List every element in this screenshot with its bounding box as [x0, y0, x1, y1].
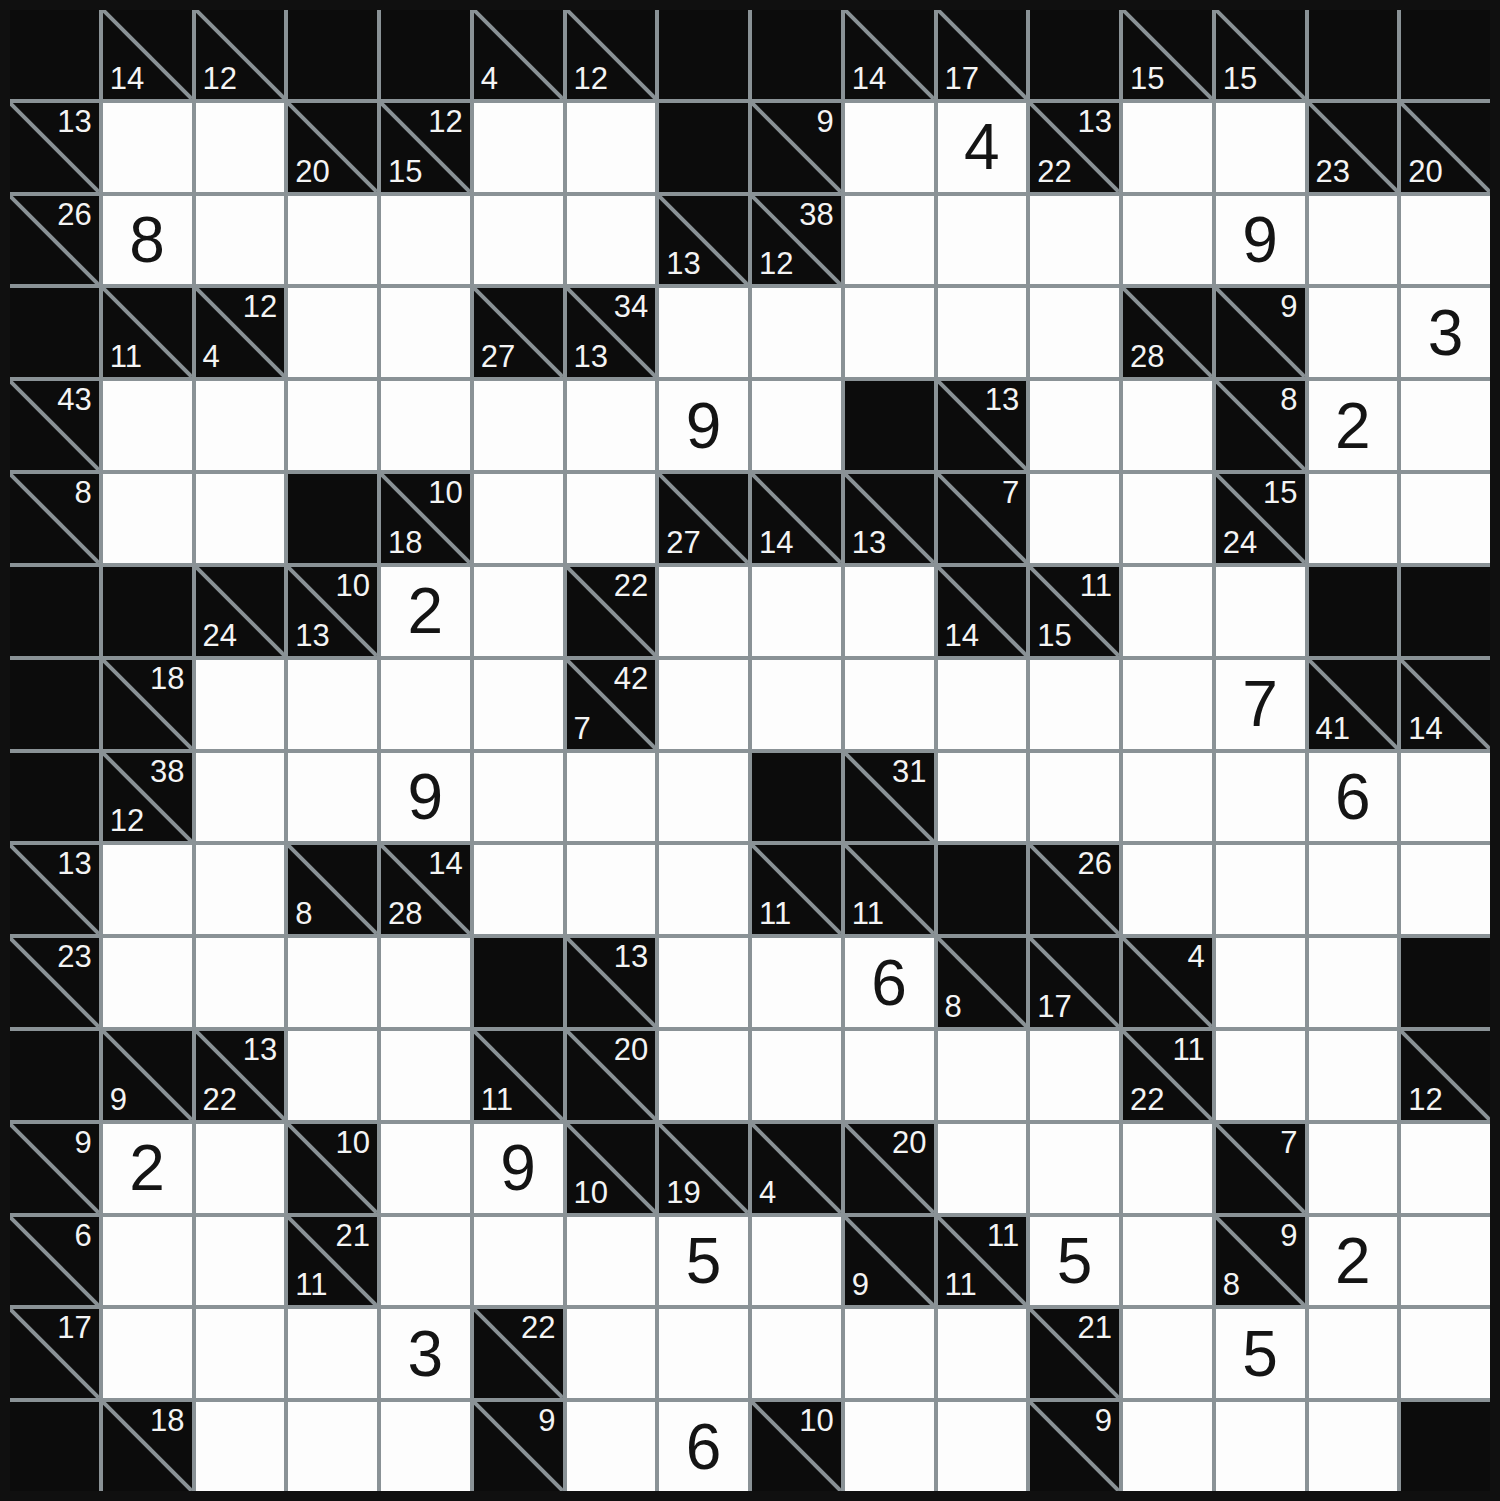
clue-cell-r5c10: 7 [938, 474, 1027, 563]
cell-r7c12[interactable] [1123, 660, 1212, 749]
cell-r4c11[interactable] [1030, 381, 1119, 470]
cell-value: 5 [1057, 1229, 1093, 1293]
cell-r4c15[interactable] [1401, 381, 1490, 470]
cell-r6c8[interactable] [752, 567, 841, 656]
across-clue: 31 [892, 756, 926, 787]
black-cell-r6c14 [1309, 567, 1398, 656]
cell-r13c11[interactable]: 5 [1030, 1217, 1119, 1306]
clue-cell-r6c11: 1511 [1030, 567, 1119, 656]
cell-r14c15[interactable] [1401, 1309, 1490, 1398]
cell-r9c15[interactable] [1401, 845, 1490, 934]
black-cell-r6c0 [10, 567, 99, 656]
cell-r5c11[interactable] [1030, 474, 1119, 563]
cell-r9c6[interactable] [567, 845, 656, 934]
cell-r6c4[interactable]: 2 [381, 567, 470, 656]
cell-r3c15[interactable]: 3 [1401, 288, 1490, 377]
across-clue: 9 [538, 1405, 555, 1436]
cell-value: 9 [408, 765, 444, 829]
cell-r7c7[interactable] [659, 660, 748, 749]
clue-cell-r12c6: 10 [567, 1124, 656, 1213]
black-cell-r0c7 [659, 10, 748, 99]
down-clue: 13 [295, 620, 329, 651]
clue-cell-r7c15: 14 [1401, 660, 1490, 749]
across-clue: 7 [1280, 1127, 1297, 1158]
cell-r15c4[interactable] [381, 1402, 470, 1491]
clue-cell-r10c10: 8 [938, 938, 1027, 1027]
clue-cell-r6c2: 24 [196, 567, 285, 656]
cell-r14c7[interactable] [659, 1309, 748, 1398]
clue-cell-r12c0: 9 [10, 1124, 99, 1213]
clue-cell-r10c12: 4 [1123, 938, 1212, 1027]
black-cell-r9c10 [938, 845, 1027, 934]
across-clue: 9 [1280, 1220, 1297, 1251]
across-clue: 11 [1173, 1034, 1205, 1065]
down-clue: 14 [110, 63, 144, 94]
cell-value: 5 [1242, 1322, 1278, 1386]
cell-r5c15[interactable] [1401, 474, 1490, 563]
cell-r4c5[interactable] [474, 381, 563, 470]
cell-r13c2[interactable] [196, 1217, 285, 1306]
down-clue: 22 [203, 1084, 237, 1115]
cell-r15c12[interactable] [1123, 1402, 1212, 1491]
cell-r4c2[interactable] [196, 381, 285, 470]
clue-cell-r3c5: 27 [474, 288, 563, 377]
cell-r2c15[interactable] [1401, 196, 1490, 285]
clue-cell-r1c11: 2213 [1030, 103, 1119, 192]
cell-r6c13[interactable] [1216, 567, 1305, 656]
clue-cell-r5c7: 27 [659, 474, 748, 563]
across-clue: 23 [57, 941, 91, 972]
cell-r11c14[interactable] [1309, 1031, 1398, 1120]
cell-r4c7[interactable]: 9 [659, 381, 748, 470]
cell-r9c5[interactable] [474, 845, 563, 934]
clue-cell-r14c0: 17 [10, 1309, 99, 1398]
black-cell-r15c0 [10, 1402, 99, 1491]
down-clue: 17 [1037, 991, 1071, 1022]
clue-cell-r1c3: 20 [288, 103, 377, 192]
cell-r15c10[interactable] [938, 1402, 1027, 1491]
black-cell-r10c15 [1401, 938, 1490, 1027]
clue-cell-r13c3: 1121 [288, 1217, 377, 1306]
cell-r3c7[interactable] [659, 288, 748, 377]
clue-cell-r15c8: 10 [752, 1402, 841, 1491]
cell-r4c1[interactable] [103, 381, 192, 470]
clue-cell-r12c3: 10 [288, 1124, 377, 1213]
clue-cell-r5c9: 13 [845, 474, 934, 563]
cell-r15c9[interactable] [845, 1402, 934, 1491]
cell-r7c5[interactable] [474, 660, 563, 749]
clue-cell-r3c13: 9 [1216, 288, 1305, 377]
cell-r10c7[interactable] [659, 938, 748, 1027]
cell-r15c2[interactable] [196, 1402, 285, 1491]
cell-r14c4[interactable]: 3 [381, 1309, 470, 1398]
cell-r12c4[interactable] [381, 1124, 470, 1213]
cell-value: 9 [500, 1136, 536, 1200]
clue-cell-r7c6: 742 [567, 660, 656, 749]
down-clue: 8 [295, 898, 312, 929]
down-clue: 12 [759, 248, 793, 279]
down-clue: 12 [1408, 1084, 1442, 1115]
clue-cell-r7c14: 41 [1309, 660, 1398, 749]
cell-r13c1[interactable] [103, 1217, 192, 1306]
down-clue: 8 [945, 991, 962, 1022]
cell-r8c11[interactable] [1030, 753, 1119, 842]
cell-r12c14[interactable] [1309, 1124, 1398, 1213]
cell-r5c12[interactable] [1123, 474, 1212, 563]
clue-cell-r3c2: 412 [196, 288, 285, 377]
cell-r14c8[interactable] [752, 1309, 841, 1398]
cell-r13c14[interactable]: 2 [1309, 1217, 1398, 1306]
across-clue: 20 [614, 1034, 648, 1065]
down-clue: 11 [110, 341, 142, 372]
cell-value: 9 [1242, 208, 1278, 272]
cell-r3c3[interactable] [288, 288, 377, 377]
cell-r8c7[interactable] [659, 753, 748, 842]
clue-cell-r12c7: 19 [659, 1124, 748, 1213]
cell-r14c13[interactable]: 5 [1216, 1309, 1305, 1398]
clue-cell-r1c15: 20 [1401, 103, 1490, 192]
cell-r12c1[interactable]: 2 [103, 1124, 192, 1213]
cell-r13c12[interactable] [1123, 1217, 1212, 1306]
across-clue: 10 [428, 477, 462, 508]
cell-r7c8[interactable] [752, 660, 841, 749]
cell-r12c5[interactable]: 9 [474, 1124, 563, 1213]
across-clue: 26 [1078, 848, 1112, 879]
cell-r1c5[interactable] [474, 103, 563, 192]
cell-r14c9[interactable] [845, 1309, 934, 1398]
down-clue: 13 [666, 248, 700, 279]
cell-r2c6[interactable] [567, 196, 656, 285]
cell-r15c3[interactable] [288, 1402, 377, 1491]
down-clue: 11 [759, 898, 791, 929]
cell-r2c2[interactable] [196, 196, 285, 285]
cell-r10c4[interactable] [381, 938, 470, 1027]
cell-r11c13[interactable] [1216, 1031, 1305, 1120]
clue-cell-r0c6: 12 [567, 10, 656, 99]
cell-r7c3[interactable] [288, 660, 377, 749]
cell-r10c9[interactable]: 6 [845, 938, 934, 1027]
black-cell-r3c0 [10, 288, 99, 377]
cell-r2c10[interactable] [938, 196, 1027, 285]
down-clue: 28 [1130, 341, 1164, 372]
clue-cell-r0c10: 17 [938, 10, 1027, 99]
cell-r13c7[interactable]: 5 [659, 1217, 748, 1306]
cell-r3c10[interactable] [938, 288, 1027, 377]
cell-r10c2[interactable] [196, 938, 285, 1027]
cell-r8c2[interactable] [196, 753, 285, 842]
cell-r6c7[interactable] [659, 567, 748, 656]
cell-value: 9 [686, 394, 722, 458]
cell-r7c11[interactable] [1030, 660, 1119, 749]
clue-cell-r11c6: 20 [567, 1031, 656, 1120]
cell-r2c12[interactable] [1123, 196, 1212, 285]
cell-r7c9[interactable] [845, 660, 934, 749]
clue-cell-r0c2: 12 [196, 10, 285, 99]
cell-value: 2 [408, 579, 444, 643]
down-clue: 12 [110, 805, 144, 836]
cell-r3c8[interactable] [752, 288, 841, 377]
cell-r4c6[interactable] [567, 381, 656, 470]
black-cell-r0c15 [1401, 10, 1490, 99]
cell-r6c5[interactable] [474, 567, 563, 656]
across-clue: 11 [987, 1220, 1019, 1251]
cell-r1c10[interactable]: 4 [938, 103, 1027, 192]
across-clue: 13 [57, 848, 91, 879]
down-clue: 12 [574, 63, 608, 94]
cell-r8c4[interactable]: 9 [381, 753, 470, 842]
clue-cell-r14c5: 22 [474, 1309, 563, 1398]
cell-r5c14[interactable] [1309, 474, 1398, 563]
cell-r14c12[interactable] [1123, 1309, 1212, 1398]
clue-cell-r9c8: 11 [752, 845, 841, 934]
cell-r9c12[interactable] [1123, 845, 1212, 934]
down-clue: 11 [945, 1269, 977, 1300]
cell-r12c15[interactable] [1401, 1124, 1490, 1213]
cell-value: 2 [1335, 394, 1371, 458]
black-cell-r11c0 [10, 1031, 99, 1120]
clue-cell-r4c13: 8 [1216, 381, 1305, 470]
cell-r15c14[interactable] [1309, 1402, 1398, 1491]
cell-r1c13[interactable] [1216, 103, 1305, 192]
black-cell-r0c4 [381, 10, 470, 99]
cell-r14c6[interactable] [567, 1309, 656, 1398]
cell-value: 2 [1335, 1229, 1371, 1293]
black-cell-r0c8 [752, 10, 841, 99]
cell-value: 8 [129, 208, 165, 272]
cell-r9c7[interactable] [659, 845, 748, 934]
clue-cell-r10c0: 23 [10, 938, 99, 1027]
cell-r14c3[interactable] [288, 1309, 377, 1398]
across-clue: 10 [336, 1127, 370, 1158]
cell-r9c1[interactable] [103, 845, 192, 934]
clue-cell-r9c3: 8 [288, 845, 377, 934]
clue-cell-r11c15: 12 [1401, 1031, 1490, 1120]
cell-r5c6[interactable] [567, 474, 656, 563]
cell-r13c15[interactable] [1401, 1217, 1490, 1306]
down-clue: 14 [945, 620, 979, 651]
black-cell-r0c11 [1030, 10, 1119, 99]
across-clue: 21 [1078, 1312, 1112, 1343]
cell-r4c8[interactable] [752, 381, 841, 470]
cell-r12c2[interactable] [196, 1124, 285, 1213]
cell-r11c4[interactable] [381, 1031, 470, 1120]
across-clue: 13 [985, 384, 1019, 415]
down-clue: 15 [1223, 63, 1257, 94]
down-clue: 12 [203, 63, 237, 94]
cell-r11c9[interactable] [845, 1031, 934, 1120]
across-clue: 22 [614, 570, 648, 601]
cell-r11c3[interactable] [288, 1031, 377, 1120]
clue-cell-r9c9: 11 [845, 845, 934, 934]
cell-r6c12[interactable] [1123, 567, 1212, 656]
cell-r3c4[interactable] [381, 288, 470, 377]
cell-r7c2[interactable] [196, 660, 285, 749]
cell-r4c3[interactable] [288, 381, 377, 470]
black-cell-r15c15 [1401, 1402, 1490, 1491]
down-clue: 27 [666, 527, 700, 558]
black-cell-r0c3 [288, 10, 377, 99]
clue-cell-r1c8: 9 [752, 103, 841, 192]
black-cell-r6c15 [1401, 567, 1490, 656]
kakuro-board: 1412412141715151320151294221323202681312… [0, 0, 1500, 1501]
cell-r13c5[interactable] [474, 1217, 563, 1306]
down-clue: 11 [852, 898, 884, 929]
cell-r2c9[interactable] [845, 196, 934, 285]
cell-r4c14[interactable]: 2 [1309, 381, 1398, 470]
cell-r10c1[interactable] [103, 938, 192, 1027]
black-cell-r0c0 [10, 10, 99, 99]
down-clue: 24 [203, 620, 237, 651]
down-clue: 22 [1130, 1084, 1164, 1115]
cell-r10c14[interactable] [1309, 938, 1398, 1027]
down-clue: 20 [295, 156, 329, 187]
cell-r12c10[interactable] [938, 1124, 1027, 1213]
cell-r6c9[interactable] [845, 567, 934, 656]
cell-r1c6[interactable] [567, 103, 656, 192]
cell-r9c14[interactable] [1309, 845, 1398, 934]
cell-r12c11[interactable] [1030, 1124, 1119, 1213]
cell-r7c13[interactable]: 7 [1216, 660, 1305, 749]
across-clue: 26 [57, 199, 91, 230]
black-cell-r8c0 [10, 753, 99, 842]
clue-cell-r3c6: 1334 [567, 288, 656, 377]
cell-r10c3[interactable] [288, 938, 377, 1027]
across-clue: 8 [1280, 384, 1297, 415]
down-clue: 23 [1316, 156, 1350, 187]
cell-r15c7[interactable]: 6 [659, 1402, 748, 1491]
down-clue: 11 [481, 1084, 513, 1115]
clue-cell-r11c12: 2211 [1123, 1031, 1212, 1120]
across-clue: 9 [75, 1127, 92, 1158]
cell-r2c11[interactable] [1030, 196, 1119, 285]
across-clue: 12 [243, 291, 277, 322]
cell-value: 6 [686, 1415, 722, 1479]
cell-r8c15[interactable] [1401, 753, 1490, 842]
cell-r8c14[interactable]: 6 [1309, 753, 1398, 842]
black-cell-r8c8 [752, 753, 841, 842]
cell-r2c5[interactable] [474, 196, 563, 285]
cell-r2c4[interactable] [381, 196, 470, 285]
down-clue: 4 [759, 1177, 776, 1208]
cell-r14c1[interactable] [103, 1309, 192, 1398]
cell-r7c10[interactable] [938, 660, 1027, 749]
across-clue: 12 [428, 106, 462, 137]
across-clue: 38 [799, 199, 833, 230]
across-clue: 18 [150, 1405, 184, 1436]
cell-r3c14[interactable] [1309, 288, 1398, 377]
clue-cell-r13c10: 1111 [938, 1217, 1027, 1306]
clue-cell-r9c4: 2814 [381, 845, 470, 934]
across-clue: 9 [1280, 291, 1297, 322]
cell-r15c6[interactable] [567, 1402, 656, 1491]
clue-cell-r13c13: 89 [1216, 1217, 1305, 1306]
down-clue: 13 [852, 527, 886, 558]
cell-r8c10[interactable] [938, 753, 1027, 842]
black-cell-r4c9 [845, 381, 934, 470]
cell-r14c2[interactable] [196, 1309, 285, 1398]
across-clue: 13 [243, 1034, 277, 1065]
cell-r5c2[interactable] [196, 474, 285, 563]
cell-r13c8[interactable] [752, 1217, 841, 1306]
cell-r5c5[interactable] [474, 474, 563, 563]
cell-r14c10[interactable] [938, 1309, 1027, 1398]
cell-r1c12[interactable] [1123, 103, 1212, 192]
clue-cell-r15c5: 9 [474, 1402, 563, 1491]
cell-r9c13[interactable] [1216, 845, 1305, 934]
down-clue: 24 [1223, 527, 1257, 558]
cell-r5c1[interactable] [103, 474, 192, 563]
clue-cell-r11c1: 9 [103, 1031, 192, 1120]
cell-r2c1[interactable]: 8 [103, 196, 192, 285]
cell-r11c10[interactable] [938, 1031, 1027, 1120]
clue-cell-r6c10: 14 [938, 567, 1027, 656]
black-cell-r1c7 [659, 103, 748, 192]
down-clue: 11 [295, 1269, 327, 1300]
across-clue: 13 [57, 106, 91, 137]
cell-r13c4[interactable] [381, 1217, 470, 1306]
clue-cell-r14c11: 21 [1030, 1309, 1119, 1398]
down-clue: 22 [1037, 156, 1071, 187]
cell-r14c14[interactable] [1309, 1309, 1398, 1398]
cell-r9c2[interactable] [196, 845, 285, 934]
cell-r4c12[interactable] [1123, 381, 1212, 470]
cell-r10c8[interactable] [752, 938, 841, 1027]
cell-r8c12[interactable] [1123, 753, 1212, 842]
clue-cell-r9c0: 13 [10, 845, 99, 934]
clue-cell-r13c9: 9 [845, 1217, 934, 1306]
down-clue: 15 [388, 156, 422, 187]
clue-cell-r1c14: 23 [1309, 103, 1398, 192]
clue-cell-r5c13: 2415 [1216, 474, 1305, 563]
cell-r2c14[interactable] [1309, 196, 1398, 285]
cell-r10c13[interactable] [1216, 938, 1305, 1027]
across-clue: 22 [521, 1312, 555, 1343]
cell-value: 2 [129, 1136, 165, 1200]
across-clue: 9 [817, 106, 834, 137]
down-clue: 17 [945, 63, 979, 94]
cell-value: 3 [408, 1322, 444, 1386]
cell-r12c12[interactable] [1123, 1124, 1212, 1213]
cell-r4c4[interactable] [381, 381, 470, 470]
cell-r2c3[interactable] [288, 196, 377, 285]
cell-r13c6[interactable] [567, 1217, 656, 1306]
clue-cell-r5c4: 1810 [381, 474, 470, 563]
cell-r3c9[interactable] [845, 288, 934, 377]
cell-r11c8[interactable] [752, 1031, 841, 1120]
cell-r11c11[interactable] [1030, 1031, 1119, 1120]
cell-r1c9[interactable] [845, 103, 934, 192]
down-clue: 4 [203, 341, 220, 372]
cell-r11c7[interactable] [659, 1031, 748, 1120]
clue-cell-r15c11: 9 [1030, 1402, 1119, 1491]
down-clue: 10 [574, 1177, 608, 1208]
cell-r8c6[interactable] [567, 753, 656, 842]
cell-r7c4[interactable] [381, 660, 470, 749]
cell-r1c2[interactable] [196, 103, 285, 192]
cell-r8c3[interactable] [288, 753, 377, 842]
cell-r2c13[interactable]: 9 [1216, 196, 1305, 285]
cell-r8c5[interactable] [474, 753, 563, 842]
clue-cell-r2c0: 26 [10, 196, 99, 285]
cell-r8c13[interactable] [1216, 753, 1305, 842]
cell-value: 6 [1335, 765, 1371, 829]
cell-r3c11[interactable] [1030, 288, 1119, 377]
across-clue: 20 [892, 1127, 926, 1158]
down-clue: 13 [574, 341, 608, 372]
cell-r15c13[interactable] [1216, 1402, 1305, 1491]
black-cell-r5c3 [288, 474, 377, 563]
cell-r1c1[interactable] [103, 103, 192, 192]
